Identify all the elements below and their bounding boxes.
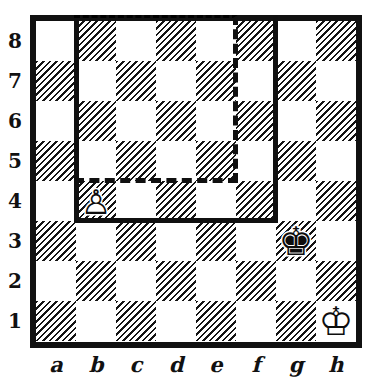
rank-label-3: 3 (4, 228, 26, 254)
rank-label-7: 7 (4, 68, 26, 94)
square-d7[interactable] (156, 61, 196, 101)
square-f7[interactable] (236, 61, 276, 101)
rank-label-5: 5 (4, 148, 26, 174)
square-e8[interactable] (196, 21, 236, 61)
black-king-glyph: ♚ (276, 221, 316, 261)
square-f8[interactable] (236, 21, 276, 61)
square-g8[interactable] (276, 21, 316, 61)
chess-board: ♟♙♚♚♚♔ (30, 15, 362, 348)
square-a6[interactable] (36, 101, 76, 141)
rank-label-4: 4 (4, 188, 26, 214)
square-b3[interactable] (76, 221, 116, 261)
square-a3[interactable] (36, 221, 76, 261)
square-b1[interactable] (76, 301, 116, 341)
square-c4[interactable] (116, 181, 156, 221)
square-h3[interactable] (316, 221, 356, 261)
square-f3[interactable] (236, 221, 276, 261)
square-h7[interactable] (316, 61, 356, 101)
square-e4[interactable] (196, 181, 236, 221)
square-a4[interactable] (36, 181, 76, 221)
piece-white-pawn-b4[interactable]: ♟♙ (76, 181, 116, 221)
white-pawn-glyph: ♙ (76, 181, 116, 221)
square-g2[interactable] (276, 261, 316, 301)
square-d2[interactable] (156, 261, 196, 301)
rank-label-2: 2 (4, 268, 26, 294)
square-f5[interactable] (236, 141, 276, 181)
file-label-c: c (125, 351, 147, 379)
square-e6[interactable] (196, 101, 236, 141)
piece-black-king-g3[interactable]: ♚♚ (276, 221, 316, 261)
square-d5[interactable] (156, 141, 196, 181)
square-d8[interactable] (156, 21, 196, 61)
square-f2[interactable] (236, 261, 276, 301)
square-f1[interactable] (236, 301, 276, 341)
square-h6[interactable] (316, 101, 356, 141)
file-label-a: a (45, 351, 67, 379)
square-h4[interactable] (316, 181, 356, 221)
square-a5[interactable] (36, 141, 76, 181)
square-b6[interactable] (76, 101, 116, 141)
square-g1[interactable] (276, 301, 316, 341)
file-label-h: h (325, 351, 347, 379)
file-label-g: g (285, 351, 307, 379)
chess-diagram: ♟♙♚♚♚♔ 87654321 abcdefgh (0, 0, 385, 389)
square-b5[interactable] (76, 141, 116, 181)
square-d3[interactable] (156, 221, 196, 261)
square-h8[interactable] (316, 21, 356, 61)
square-e2[interactable] (196, 261, 236, 301)
square-g4[interactable] (276, 181, 316, 221)
square-c8[interactable] (116, 21, 156, 61)
square-b8[interactable] (76, 21, 116, 61)
rank-label-8: 8 (4, 28, 26, 54)
square-e7[interactable] (196, 61, 236, 101)
square-b2[interactable] (76, 261, 116, 301)
square-d1[interactable] (156, 301, 196, 341)
square-c7[interactable] (116, 61, 156, 101)
square-g5[interactable] (276, 141, 316, 181)
file-label-f: f (245, 351, 267, 379)
square-g7[interactable] (276, 61, 316, 101)
white-king-glyph: ♔ (316, 301, 356, 341)
square-d4[interactable] (156, 181, 196, 221)
square-f4[interactable] (236, 181, 276, 221)
square-b7[interactable] (76, 61, 116, 101)
board-squares: ♟♙♚♚♚♔ (36, 21, 356, 342)
square-c5[interactable] (116, 141, 156, 181)
square-e1[interactable] (196, 301, 236, 341)
piece-white-king-h1[interactable]: ♚♔ (316, 301, 356, 341)
square-c1[interactable] (116, 301, 156, 341)
square-c6[interactable] (116, 101, 156, 141)
square-e3[interactable] (196, 221, 236, 261)
square-h2[interactable] (316, 261, 356, 301)
file-label-e: e (205, 351, 227, 379)
square-f6[interactable] (236, 101, 276, 141)
square-c3[interactable] (116, 221, 156, 261)
square-a7[interactable] (36, 61, 76, 101)
rank-label-6: 6 (4, 108, 26, 134)
square-a8[interactable] (36, 21, 76, 61)
square-a1[interactable] (36, 301, 76, 341)
square-c2[interactable] (116, 261, 156, 301)
file-label-d: d (165, 351, 187, 379)
square-a2[interactable] (36, 261, 76, 301)
square-h5[interactable] (316, 141, 356, 181)
file-label-b: b (85, 351, 107, 379)
rank-label-1: 1 (4, 308, 26, 334)
square-d6[interactable] (156, 101, 196, 141)
square-g6[interactable] (276, 101, 316, 141)
square-e5[interactable] (196, 141, 236, 181)
